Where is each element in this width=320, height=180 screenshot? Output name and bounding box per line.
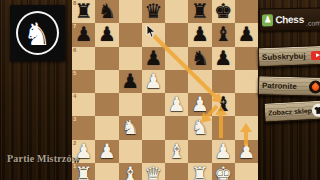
rank-label: 3	[73, 116, 76, 123]
square-d3[interactable]	[142, 116, 165, 139]
chesscom-wordmark: Chess	[275, 14, 304, 25]
square-b5[interactable]	[95, 70, 118, 93]
square-a4[interactable]: 4	[72, 93, 95, 116]
square-a3[interactable]: 3	[72, 116, 95, 139]
rank-label: 5	[73, 70, 76, 77]
white-knight: ♞	[121, 116, 139, 139]
square-g1[interactable]: ♚	[212, 163, 235, 180]
square-e3[interactable]	[165, 116, 188, 139]
rank-label: 6	[73, 47, 76, 54]
rank-label: 4	[73, 93, 76, 100]
rank-label: 8	[73, 0, 76, 7]
chesscom-suffix: .com	[306, 19, 320, 29]
black-pawn: ♟	[144, 47, 162, 70]
white-pawn: ♟	[168, 93, 186, 116]
square-g8[interactable]: ♚	[212, 0, 235, 23]
square-h5[interactable]	[235, 70, 258, 93]
square-a1[interactable]: 1♜	[72, 163, 95, 180]
square-d2[interactable]	[142, 140, 165, 163]
white-rook: ♜	[75, 163, 93, 180]
patronite-label: Patronite	[262, 81, 297, 91]
white-queen: ♛	[144, 163, 162, 180]
black-pawn: ♟	[121, 70, 139, 93]
square-e5[interactable]	[165, 70, 188, 93]
square-c3[interactable]: ♞	[119, 116, 142, 139]
square-f6[interactable]: ♞	[188, 47, 211, 70]
square-g5[interactable]	[212, 70, 235, 93]
square-c7[interactable]	[119, 23, 142, 46]
square-d7[interactable]	[142, 23, 165, 46]
square-d4[interactable]	[142, 93, 165, 116]
white-rook: ♜	[191, 163, 209, 180]
square-f5[interactable]	[188, 70, 211, 93]
square-b1[interactable]	[95, 163, 118, 180]
square-a5[interactable]: 5	[72, 70, 95, 93]
patronite-icon	[309, 80, 320, 93]
square-e1[interactable]	[165, 163, 188, 180]
square-a7[interactable]: 7♟	[72, 23, 95, 46]
white-pawn: ♟	[237, 140, 255, 163]
knight-logo-icon: ♞	[10, 6, 65, 62]
square-e6[interactable]	[165, 47, 188, 70]
square-a8[interactable]: 8♜	[72, 0, 95, 23]
black-queen: ♛	[144, 0, 162, 23]
square-h1[interactable]	[235, 163, 258, 180]
chess-board[interactable]: 8♜♞♛♜♚7♟♟♟♝♟6♟♞♟5♟♟4♟♟♝3♞♞2♟♟♝♟♟1♜♝♛♜♚	[72, 0, 258, 180]
tshirt-icon	[312, 103, 320, 117]
rank-label: 7	[73, 23, 76, 30]
youtube-icon	[311, 50, 320, 59]
square-c5[interactable]: ♟	[119, 70, 142, 93]
white-bishop: ♝	[121, 163, 139, 180]
white-king: ♚	[214, 163, 232, 180]
square-f8[interactable]: ♜	[188, 0, 211, 23]
subscribe-button[interactable]: Subskrybuj	[258, 45, 320, 67]
square-c1[interactable]: ♝	[119, 163, 142, 180]
square-h2[interactable]: ♟	[235, 140, 258, 163]
patronite-button[interactable]: Patronite	[258, 75, 320, 97]
white-pawn: ♟	[144, 70, 162, 93]
square-h8[interactable]	[235, 0, 258, 23]
square-e2[interactable]: ♝	[165, 140, 188, 163]
black-pawn: ♟	[214, 47, 232, 70]
square-a6[interactable]: 6	[72, 47, 95, 70]
shop-label: Zobacz sklep	[268, 107, 312, 116]
white-pawn: ♟	[98, 140, 116, 163]
white-pawn: ♟	[191, 93, 209, 116]
square-c2[interactable]	[119, 140, 142, 163]
square-b8[interactable]: ♞	[95, 0, 118, 23]
black-bishop: ♝	[214, 23, 232, 46]
square-g6[interactable]: ♟	[212, 47, 235, 70]
square-b2[interactable]: ♟	[95, 140, 118, 163]
square-c8[interactable]	[119, 0, 142, 23]
black-pawn: ♟	[237, 23, 255, 46]
square-d8[interactable]: ♛	[142, 0, 165, 23]
black-bishop: ♝	[214, 93, 232, 116]
square-b3[interactable]	[95, 116, 118, 139]
square-f3[interactable]: ♞	[188, 116, 211, 139]
square-h4[interactable]	[235, 93, 258, 116]
black-pawn: ♟	[98, 23, 116, 46]
chesscom-logo[interactable]: ♟ Chess .com	[259, 7, 320, 31]
square-g2[interactable]: ♟	[212, 140, 235, 163]
subscribe-label: Subskrybuj	[262, 51, 306, 62]
square-c4[interactable]	[119, 93, 142, 116]
black-knight: ♞	[191, 47, 209, 70]
square-d5[interactable]: ♟	[142, 70, 165, 93]
square-h6[interactable]	[235, 47, 258, 70]
square-b4[interactable]	[95, 93, 118, 116]
thumbnail-stage: ♞ 8♜♞♛♜♚7♟♟♟♝♟6♟♞♟5♟♟4♟♟♝3♞♞2♟♟♝♟♟1♜♝♛♜♚…	[0, 0, 320, 180]
square-e7[interactable]	[165, 23, 188, 46]
square-f7[interactable]: ♟	[188, 23, 211, 46]
black-knight: ♞	[98, 0, 116, 23]
square-b6[interactable]	[95, 47, 118, 70]
rank-label: 2	[73, 140, 76, 147]
chesscom-pawn-icon: ♟	[262, 14, 274, 26]
black-pawn: ♟	[75, 23, 93, 46]
white-knight: ♞	[191, 116, 209, 139]
black-pawn: ♟	[191, 23, 209, 46]
square-c6[interactable]	[119, 47, 142, 70]
square-h7[interactable]: ♟	[235, 23, 258, 46]
square-f1[interactable]: ♜	[188, 163, 211, 180]
square-h3[interactable]	[235, 116, 258, 139]
square-e8[interactable]	[165, 0, 188, 23]
square-f4[interactable]: ♟	[188, 93, 211, 116]
square-d1[interactable]: ♛	[142, 163, 165, 180]
square-g7[interactable]: ♝	[212, 23, 235, 46]
square-d6[interactable]: ♟	[142, 47, 165, 70]
square-f2[interactable]	[188, 140, 211, 163]
black-king: ♚	[214, 0, 232, 23]
square-e4[interactable]: ♟	[165, 93, 188, 116]
channel-logo: ♞	[10, 5, 65, 61]
black-rook: ♜	[191, 0, 209, 23]
white-bishop: ♝	[168, 140, 186, 163]
black-rook: ♜	[75, 0, 93, 23]
square-g3[interactable]	[212, 116, 235, 139]
white-pawn: ♟	[214, 140, 232, 163]
square-b7[interactable]: ♟	[95, 23, 118, 46]
square-g4[interactable]: ♝	[212, 93, 235, 116]
video-caption: Partie Mistrzów	[7, 153, 79, 164]
shop-button[interactable]: Zobacz sklep	[264, 99, 320, 122]
